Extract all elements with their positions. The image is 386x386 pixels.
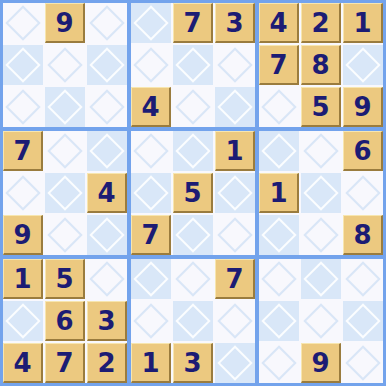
cell-r7c9-empty[interactable]: [343, 259, 383, 299]
cell-r3c5-empty[interactable]: [173, 87, 213, 127]
diamond-decoration-icon: [217, 89, 252, 124]
diamond-decoration-icon: [175, 261, 210, 296]
cell-r5c1-empty[interactable]: [3, 173, 43, 213]
diamond-decoration-icon: [47, 133, 82, 168]
box-2-1: 749: [3, 131, 127, 255]
cell-r9c7-empty[interactable]: [259, 343, 299, 383]
cell-r9c2-given-7: 7: [45, 343, 85, 383]
cell-r4c2-empty[interactable]: [45, 131, 85, 171]
cell-r3c2-empty[interactable]: [45, 87, 85, 127]
diamond-decoration-icon: [133, 175, 168, 210]
cell-r4c4-empty[interactable]: [131, 131, 171, 171]
diamond-decoration-icon: [345, 303, 380, 338]
cell-r8c1-empty[interactable]: [3, 301, 43, 341]
diamond-decoration-icon: [261, 261, 296, 296]
cell-r2c3-empty[interactable]: [87, 45, 127, 85]
diamond-decoration-icon: [345, 175, 380, 210]
diamond-decoration-icon: [303, 175, 338, 210]
cell-r5c5-given-5: 5: [173, 173, 213, 213]
cell-r9c4-given-1: 1: [131, 343, 171, 383]
diamond-decoration-icon: [303, 133, 338, 168]
cell-r8c9-empty[interactable]: [343, 301, 383, 341]
box-3-3: 9: [259, 259, 383, 383]
cell-r1c9-given-1: 1: [343, 3, 383, 43]
cell-r6c5-empty[interactable]: [173, 215, 213, 255]
diamond-decoration-icon: [175, 47, 210, 82]
diamond-decoration-icon: [217, 345, 252, 380]
diamond-decoration-icon: [5, 5, 40, 40]
cell-r1c6-given-3: 3: [215, 3, 255, 43]
cell-r7c2-given-5: 5: [45, 259, 85, 299]
diamond-decoration-icon: [89, 261, 124, 296]
cell-r7c5-empty[interactable]: [173, 259, 213, 299]
cell-r8c3-given-3: 3: [87, 301, 127, 341]
diamond-decoration-icon: [345, 47, 380, 82]
cell-r5c7-given-1: 1: [259, 173, 299, 213]
box-3-2: 713: [131, 259, 255, 383]
diamond-decoration-icon: [261, 303, 296, 338]
diamond-decoration-icon: [175, 89, 210, 124]
diamond-decoration-icon: [47, 175, 82, 210]
diamond-decoration-icon: [89, 89, 124, 124]
cell-r9c5-given-3: 3: [173, 343, 213, 383]
diamond-decoration-icon: [5, 47, 40, 82]
cell-r9c9-empty[interactable]: [343, 343, 383, 383]
diamond-decoration-icon: [217, 175, 252, 210]
box-2-2: 157: [131, 131, 255, 255]
cell-r6c9-given-8: 8: [343, 215, 383, 255]
cell-r4c8-empty[interactable]: [301, 131, 341, 171]
diamond-decoration-icon: [175, 303, 210, 338]
diamond-decoration-icon: [133, 47, 168, 82]
diamond-decoration-icon: [175, 217, 210, 252]
diamond-decoration-icon: [133, 303, 168, 338]
cell-r5c3-given-4: 4: [87, 173, 127, 213]
cell-r8c2-given-6: 6: [45, 301, 85, 341]
box-3-1: 1563472: [3, 259, 127, 383]
cell-r9c1-given-4: 4: [3, 343, 43, 383]
cell-r3c6-empty[interactable]: [215, 87, 255, 127]
sudoku-board-frame: 9734421785974915761815634727139: [0, 0, 386, 386]
diamond-decoration-icon: [89, 47, 124, 82]
cell-r3c1-empty[interactable]: [3, 87, 43, 127]
diamond-decoration-icon: [5, 89, 40, 124]
cell-r7c4-empty[interactable]: [131, 259, 171, 299]
cell-r3c4-given-4: 4: [131, 87, 171, 127]
cell-r1c3-empty[interactable]: [87, 3, 127, 43]
box-1-2: 734: [131, 3, 255, 127]
box-1-1: 9: [3, 3, 127, 127]
cell-r3c3-empty[interactable]: [87, 87, 127, 127]
diamond-decoration-icon: [47, 89, 82, 124]
cell-r4c7-empty[interactable]: [259, 131, 299, 171]
cell-r7c6-given-7: 7: [215, 259, 255, 299]
diamond-decoration-icon: [47, 47, 82, 82]
cell-r9c6-empty[interactable]: [215, 343, 255, 383]
diamond-decoration-icon: [5, 175, 40, 210]
cell-r7c8-empty[interactable]: [301, 259, 341, 299]
box-1-3: 4217859: [259, 3, 383, 127]
cell-r8c6-empty[interactable]: [215, 301, 255, 341]
diamond-decoration-icon: [47, 217, 82, 252]
diamond-decoration-icon: [261, 217, 296, 252]
cell-r2c7-given-7: 7: [259, 45, 299, 85]
cell-r6c7-empty[interactable]: [259, 215, 299, 255]
diamond-decoration-icon: [217, 217, 252, 252]
cell-r3c7-empty[interactable]: [259, 87, 299, 127]
cell-r4c1-given-7: 7: [3, 131, 43, 171]
cell-r7c3-empty[interactable]: [87, 259, 127, 299]
cell-r1c1-empty[interactable]: [3, 3, 43, 43]
cell-r8c7-empty[interactable]: [259, 301, 299, 341]
diamond-decoration-icon: [345, 261, 380, 296]
cell-r8c5-empty[interactable]: [173, 301, 213, 341]
cell-r1c5-given-7: 7: [173, 3, 213, 43]
box-2-3: 618: [259, 131, 383, 255]
diamond-decoration-icon: [133, 133, 168, 168]
cell-r6c8-empty[interactable]: [301, 215, 341, 255]
diamond-decoration-icon: [345, 345, 380, 380]
cell-r5c2-empty[interactable]: [45, 173, 85, 213]
diamond-decoration-icon: [303, 217, 338, 252]
cell-r5c4-empty[interactable]: [131, 173, 171, 213]
diamond-decoration-icon: [303, 261, 338, 296]
cell-r6c6-empty[interactable]: [215, 215, 255, 255]
diamond-decoration-icon: [89, 133, 124, 168]
cell-r5c9-empty[interactable]: [343, 173, 383, 213]
cell-r2c6-empty[interactable]: [215, 45, 255, 85]
diamond-decoration-icon: [217, 303, 252, 338]
cell-r7c1-given-1: 1: [3, 259, 43, 299]
cell-r2c4-empty[interactable]: [131, 45, 171, 85]
cell-r5c8-empty[interactable]: [301, 173, 341, 213]
diamond-decoration-icon: [261, 345, 296, 380]
diamond-decoration-icon: [5, 303, 40, 338]
diamond-decoration-icon: [303, 303, 338, 338]
cell-r4c6-given-1: 1: [215, 131, 255, 171]
diamond-decoration-icon: [133, 261, 168, 296]
cell-r9c3-given-2: 2: [87, 343, 127, 383]
cell-r9c8-given-9: 9: [301, 343, 341, 383]
cell-r2c1-empty[interactable]: [3, 45, 43, 85]
cell-r8c8-empty[interactable]: [301, 301, 341, 341]
cell-r3c8-given-5: 5: [301, 87, 341, 127]
diamond-decoration-icon: [261, 89, 296, 124]
diamond-decoration-icon: [261, 133, 296, 168]
diamond-decoration-icon: [175, 133, 210, 168]
cell-r1c2-given-9: 9: [45, 3, 85, 43]
cell-r6c2-empty[interactable]: [45, 215, 85, 255]
diamond-decoration-icon: [217, 47, 252, 82]
board-grid: 9734421785974915761815634727139: [3, 3, 383, 383]
cell-r2c2-empty[interactable]: [45, 45, 85, 85]
cell-r6c3-empty[interactable]: [87, 215, 127, 255]
cell-r1c7-given-4: 4: [259, 3, 299, 43]
cell-r7c7-empty[interactable]: [259, 259, 299, 299]
cell-r1c8-given-2: 2: [301, 3, 341, 43]
cell-r4c9-given-6: 6: [343, 131, 383, 171]
cell-r6c4-given-7: 7: [131, 215, 171, 255]
cell-r5c6-empty[interactable]: [215, 173, 255, 213]
cell-r1c4-empty[interactable]: [131, 3, 171, 43]
diamond-decoration-icon: [89, 5, 124, 40]
diamond-decoration-icon: [89, 217, 124, 252]
cell-r3c9-given-9: 9: [343, 87, 383, 127]
diamond-decoration-icon: [133, 5, 168, 40]
cell-r2c9-empty[interactable]: [343, 45, 383, 85]
cell-r2c5-empty[interactable]: [173, 45, 213, 85]
cell-r6c1-given-9: 9: [3, 215, 43, 255]
cell-r2c8-given-8: 8: [301, 45, 341, 85]
cell-r8c4-empty[interactable]: [131, 301, 171, 341]
cell-r4c5-empty[interactable]: [173, 131, 213, 171]
cell-r4c3-empty[interactable]: [87, 131, 127, 171]
